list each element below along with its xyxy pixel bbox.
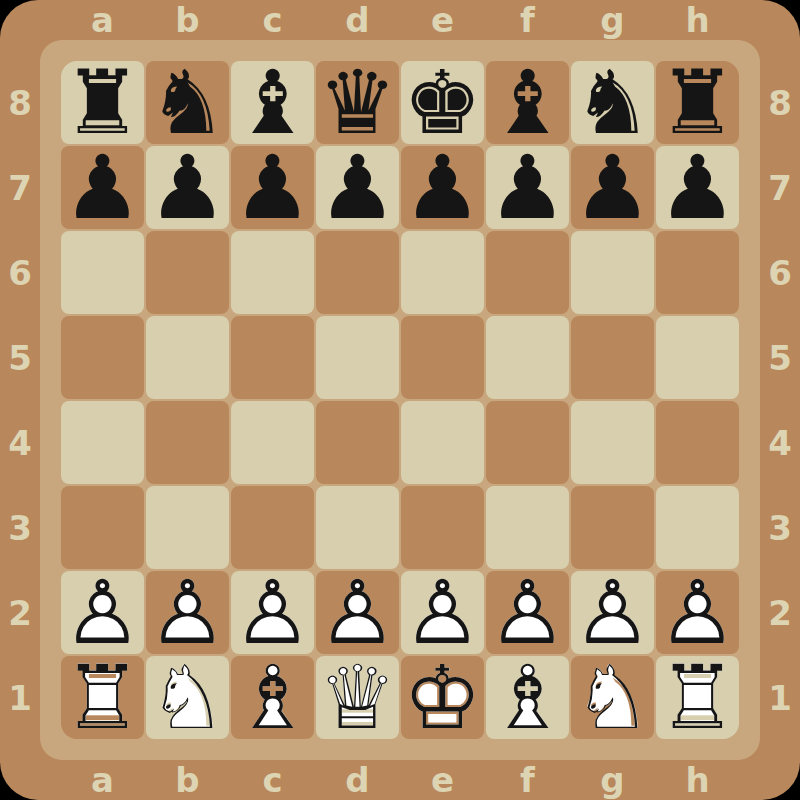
piece-black-pawn: ♟	[145, 145, 230, 230]
square-e3[interactable]	[400, 485, 485, 570]
square-tile-c4	[231, 401, 314, 484]
file-label-d-bottom: d	[315, 760, 400, 800]
square-tile-b3	[146, 486, 229, 569]
piece-glyph-black-pawn: ♟	[570, 145, 655, 230]
square-a6[interactable]	[60, 230, 145, 315]
square-f1[interactable]: ♝♗	[485, 655, 570, 740]
square-tile-a6	[61, 231, 144, 314]
piece-black-rook: ♜	[60, 60, 145, 145]
square-d4[interactable]	[315, 400, 400, 485]
file-label-g-top: g	[570, 0, 655, 40]
square-g7[interactable]: ♟	[570, 145, 655, 230]
piece-black-bishop: ♝	[485, 60, 570, 145]
piece-outline-white-pawn: ♙	[60, 570, 145, 655]
square-tile-g6	[571, 231, 654, 314]
file-label-f-bottom: f	[485, 760, 570, 800]
square-e4[interactable]	[400, 400, 485, 485]
square-tile-b6	[146, 231, 229, 314]
square-tile-f6	[486, 231, 569, 314]
square-tile-h5	[656, 316, 739, 399]
square-tile-h3	[656, 486, 739, 569]
square-e1[interactable]: ♚♔	[400, 655, 485, 740]
square-c6[interactable]	[230, 230, 315, 315]
piece-glyph-black-pawn: ♟	[60, 145, 145, 230]
square-tile-e6	[401, 231, 484, 314]
square-c3[interactable]	[230, 485, 315, 570]
piece-white-pawn: ♟♙	[315, 570, 400, 655]
square-a1[interactable]: ♜♖	[60, 655, 145, 740]
piece-white-knight: ♞♘	[570, 655, 655, 740]
square-tile-h6	[656, 231, 739, 314]
square-h4[interactable]	[655, 400, 740, 485]
piece-outline-white-bishop: ♗	[485, 655, 570, 740]
rank-label-5-left: 5	[0, 315, 40, 400]
square-e6[interactable]	[400, 230, 485, 315]
file-label-e-bottom: e	[400, 760, 485, 800]
square-h8[interactable]: ♜	[655, 60, 740, 145]
square-d3[interactable]	[315, 485, 400, 570]
rank-label-1-right: 1	[760, 655, 800, 740]
square-tile-b5	[146, 316, 229, 399]
page: { "game": "chess", "position": "rnbqkbnr…	[0, 0, 800, 800]
piece-white-rook: ♜♖	[60, 655, 145, 740]
piece-glyph-black-pawn: ♟	[400, 145, 485, 230]
square-c1[interactable]: ♝♗	[230, 655, 315, 740]
piece-glyph-black-bishop: ♝	[485, 60, 570, 145]
rank-label-8-left: 8	[0, 60, 40, 145]
piece-glyph-black-rook: ♜	[655, 60, 740, 145]
square-f7[interactable]: ♟	[485, 145, 570, 230]
piece-white-knight: ♞♘	[145, 655, 230, 740]
square-e7[interactable]: ♟	[400, 145, 485, 230]
file-labels-top: abcdefgh	[60, 0, 740, 40]
file-label-b-bottom: b	[145, 760, 230, 800]
piece-white-pawn: ♟♙	[400, 570, 485, 655]
square-tile-c5	[231, 316, 314, 399]
piece-white-king: ♚♔	[400, 655, 485, 740]
piece-outline-white-queen: ♕	[315, 655, 400, 740]
square-h2[interactable]: ♟♙	[655, 570, 740, 655]
square-f4[interactable]	[485, 400, 570, 485]
piece-white-pawn: ♟♙	[60, 570, 145, 655]
square-b8[interactable]: ♞	[145, 60, 230, 145]
piece-outline-white-bishop: ♗	[230, 655, 315, 740]
square-g1[interactable]: ♞♘	[570, 655, 655, 740]
square-f3[interactable]	[485, 485, 570, 570]
piece-outline-white-king: ♔	[400, 655, 485, 740]
square-b6[interactable]	[145, 230, 230, 315]
rank-label-2-left: 2	[0, 570, 40, 655]
piece-glyph-black-pawn: ♟	[655, 145, 740, 230]
file-label-h-bottom: h	[655, 760, 740, 800]
square-e2[interactable]: ♟♙	[400, 570, 485, 655]
piece-glyph-black-rook: ♜	[60, 60, 145, 145]
piece-white-pawn: ♟♙	[145, 570, 230, 655]
square-h3[interactable]	[655, 485, 740, 570]
piece-outline-white-pawn: ♙	[655, 570, 740, 655]
square-c8[interactable]: ♝	[230, 60, 315, 145]
rank-label-3-left: 3	[0, 485, 40, 570]
rank-label-2-right: 2	[760, 570, 800, 655]
square-tile-a5	[61, 316, 144, 399]
rank-labels-right: 87654321	[760, 60, 800, 740]
piece-glyph-black-pawn: ♟	[145, 145, 230, 230]
square-e8[interactable]: ♚	[400, 60, 485, 145]
piece-black-queen: ♛	[315, 60, 400, 145]
square-h7[interactable]: ♟	[655, 145, 740, 230]
piece-outline-white-knight: ♘	[145, 655, 230, 740]
file-label-h-top: h	[655, 0, 740, 40]
square-g8[interactable]: ♞	[570, 60, 655, 145]
chess-board: abcdefgh abcdefgh 87654321 87654321 ♜♞♝♛…	[0, 0, 800, 800]
piece-white-pawn: ♟♙	[230, 570, 315, 655]
square-tile-d4	[316, 401, 399, 484]
square-tile-f5	[486, 316, 569, 399]
piece-white-pawn: ♟♙	[485, 570, 570, 655]
square-f6[interactable]	[485, 230, 570, 315]
square-d5[interactable]	[315, 315, 400, 400]
square-tile-a3	[61, 486, 144, 569]
board-grid: ♜♞♝♛♚♝♞♜♟♟♟♟♟♟♟♟♟♙♟♙♟♙♟♙♟♙♟♙♟♙♟♙♜♖♞♘♝♗♛♕…	[60, 60, 740, 740]
square-tile-e4	[401, 401, 484, 484]
square-tile-g4	[571, 401, 654, 484]
square-c5[interactable]	[230, 315, 315, 400]
square-a7[interactable]: ♟	[60, 145, 145, 230]
piece-black-pawn: ♟	[400, 145, 485, 230]
piece-black-pawn: ♟	[230, 145, 315, 230]
square-h1[interactable]: ♜♖	[655, 655, 740, 740]
square-f5[interactable]	[485, 315, 570, 400]
square-d6[interactable]	[315, 230, 400, 315]
rank-label-4-left: 4	[0, 400, 40, 485]
piece-black-knight: ♞	[145, 60, 230, 145]
square-tile-c3	[231, 486, 314, 569]
file-label-e-top: e	[400, 0, 485, 40]
square-a4[interactable]	[60, 400, 145, 485]
square-b7[interactable]: ♟	[145, 145, 230, 230]
piece-black-pawn: ♟	[60, 145, 145, 230]
piece-glyph-black-knight: ♞	[145, 60, 230, 145]
square-tile-d3	[316, 486, 399, 569]
square-a3[interactable]	[60, 485, 145, 570]
rank-label-8-right: 8	[760, 60, 800, 145]
square-c7[interactable]: ♟	[230, 145, 315, 230]
piece-white-bishop: ♝♗	[230, 655, 315, 740]
rank-label-6-right: 6	[760, 230, 800, 315]
piece-outline-white-pawn: ♙	[570, 570, 655, 655]
square-b3[interactable]	[145, 485, 230, 570]
square-g5[interactable]	[570, 315, 655, 400]
square-tile-a4	[61, 401, 144, 484]
piece-black-king: ♚	[400, 60, 485, 145]
piece-black-rook: ♜	[655, 60, 740, 145]
piece-white-queen: ♛♕	[315, 655, 400, 740]
square-tile-h4	[656, 401, 739, 484]
square-d7[interactable]: ♟	[315, 145, 400, 230]
rank-label-6-left: 6	[0, 230, 40, 315]
rank-label-4-right: 4	[760, 400, 800, 485]
square-e5[interactable]	[400, 315, 485, 400]
square-tile-e5	[401, 316, 484, 399]
square-tile-b4	[146, 401, 229, 484]
file-label-b-top: b	[145, 0, 230, 40]
piece-black-pawn: ♟	[315, 145, 400, 230]
piece-glyph-black-queen: ♛	[315, 60, 400, 145]
piece-black-knight: ♞	[570, 60, 655, 145]
piece-glyph-black-pawn: ♟	[230, 145, 315, 230]
piece-white-pawn: ♟♙	[655, 570, 740, 655]
file-label-c-top: c	[230, 0, 315, 40]
file-label-f-top: f	[485, 0, 570, 40]
square-c2[interactable]: ♟♙	[230, 570, 315, 655]
rank-label-7-right: 7	[760, 145, 800, 230]
piece-black-pawn: ♟	[655, 145, 740, 230]
square-g3[interactable]	[570, 485, 655, 570]
square-a8[interactable]: ♜	[60, 60, 145, 145]
square-tile-f3	[486, 486, 569, 569]
file-label-g-bottom: g	[570, 760, 655, 800]
piece-glyph-black-king: ♚	[400, 60, 485, 145]
piece-glyph-black-pawn: ♟	[315, 145, 400, 230]
rank-labels-left: 87654321	[0, 60, 40, 740]
square-f2[interactable]: ♟♙	[485, 570, 570, 655]
square-b5[interactable]	[145, 315, 230, 400]
piece-black-pawn: ♟	[485, 145, 570, 230]
piece-white-pawn: ♟♙	[570, 570, 655, 655]
piece-white-rook: ♜♖	[655, 655, 740, 740]
square-f8[interactable]: ♝	[485, 60, 570, 145]
piece-white-bishop: ♝♗	[485, 655, 570, 740]
square-tile-d6	[316, 231, 399, 314]
piece-outline-white-pawn: ♙	[315, 570, 400, 655]
square-h5[interactable]	[655, 315, 740, 400]
square-d2[interactable]: ♟♙	[315, 570, 400, 655]
square-g4[interactable]	[570, 400, 655, 485]
square-h6[interactable]	[655, 230, 740, 315]
file-label-a-bottom: a	[60, 760, 145, 800]
piece-black-pawn: ♟	[570, 145, 655, 230]
piece-outline-white-rook: ♖	[60, 655, 145, 740]
rank-label-7-left: 7	[0, 145, 40, 230]
square-d1[interactable]: ♛♕	[315, 655, 400, 740]
file-label-a-top: a	[60, 0, 145, 40]
rank-label-1-left: 1	[0, 655, 40, 740]
square-b4[interactable]	[145, 400, 230, 485]
square-tile-f4	[486, 401, 569, 484]
piece-outline-white-pawn: ♙	[485, 570, 570, 655]
piece-glyph-black-knight: ♞	[570, 60, 655, 145]
piece-glyph-black-bishop: ♝	[230, 60, 315, 145]
square-b2[interactable]: ♟♙	[145, 570, 230, 655]
piece-outline-white-pawn: ♙	[400, 570, 485, 655]
piece-black-bishop: ♝	[230, 60, 315, 145]
file-label-c-bottom: c	[230, 760, 315, 800]
square-g6[interactable]	[570, 230, 655, 315]
square-a5[interactable]	[60, 315, 145, 400]
square-tile-c6	[231, 231, 314, 314]
square-a2[interactable]: ♟♙	[60, 570, 145, 655]
square-tile-g3	[571, 486, 654, 569]
file-label-d-top: d	[315, 0, 400, 40]
square-c4[interactable]	[230, 400, 315, 485]
square-tile-e3	[401, 486, 484, 569]
rank-label-3-right: 3	[760, 485, 800, 570]
piece-glyph-black-pawn: ♟	[485, 145, 570, 230]
square-tile-g5	[571, 316, 654, 399]
piece-outline-white-knight: ♘	[570, 655, 655, 740]
piece-outline-white-rook: ♖	[655, 655, 740, 740]
piece-outline-white-pawn: ♙	[230, 570, 315, 655]
square-d8[interactable]: ♛	[315, 60, 400, 145]
square-g2[interactable]: ♟♙	[570, 570, 655, 655]
rank-label-5-right: 5	[760, 315, 800, 400]
piece-outline-white-pawn: ♙	[145, 570, 230, 655]
square-tile-d5	[316, 316, 399, 399]
file-labels-bottom: abcdefgh	[60, 760, 740, 800]
square-b1[interactable]: ♞♘	[145, 655, 230, 740]
